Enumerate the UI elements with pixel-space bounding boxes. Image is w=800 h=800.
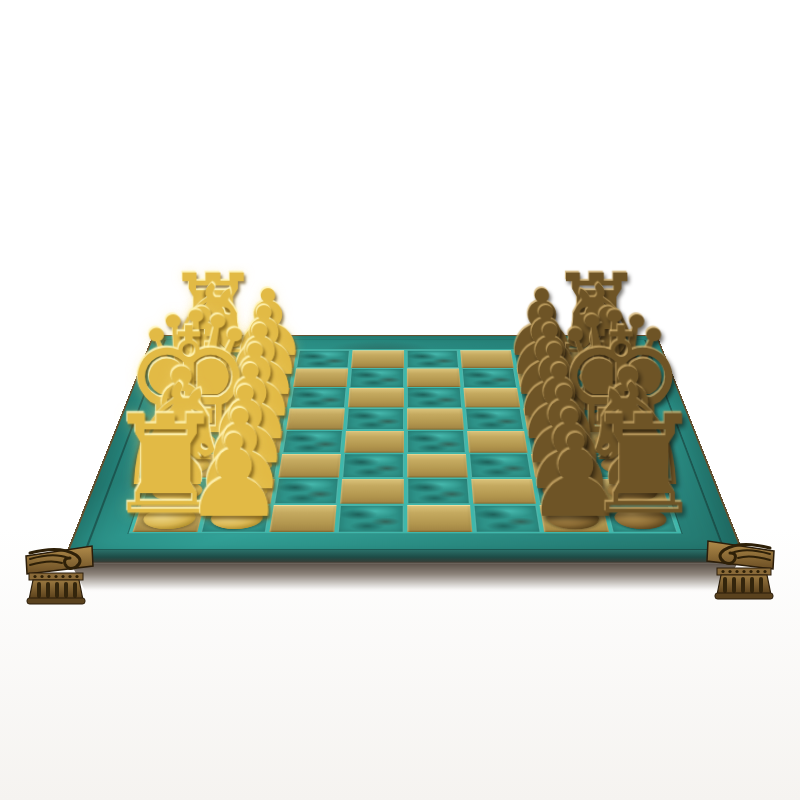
- square-a5[interactable]: [406, 350, 458, 367]
- board-leg-left ionic-capital-icon: [24, 543, 94, 605]
- piece-white-pawn[interactable]: ♟: [183, 422, 285, 530]
- square-c4[interactable]: [348, 388, 403, 408]
- chess-grid: ♜♟♟♜♞♟♟♞♝♟♟♝♛♟♟♛♚♟♟♚♝♟♟♝♞♟♟♞♜♟♟♜: [129, 349, 682, 533]
- studio-backdrop: ♜♟♟♜♞♟♟♞♝♟♟♝♛♟♟♛♚♟♟♚♝♟♟♝♞♟♟♞♜♟♟♜: [0, 0, 800, 800]
- square-b5[interactable]: [406, 369, 460, 387]
- square-a4[interactable]: [351, 350, 403, 367]
- square-g4[interactable]: [340, 479, 403, 504]
- square-b4[interactable]: [350, 369, 404, 387]
- board-underside-shadow: [70, 562, 738, 594]
- chess-board: ♜♟♟♜♞♟♟♞♝♟♟♝♛♟♟♛♚♟♟♚♝♟♟♝♞♟♟♞♜♟♟♜: [64, 335, 746, 557]
- square-f4[interactable]: [343, 454, 404, 478]
- board-leg-right ionic-capital-icon: [706, 538, 776, 600]
- square-c5[interactable]: [406, 388, 461, 408]
- square-h5[interactable]: [407, 505, 472, 532]
- square-h8[interactable]: ♜: [606, 505, 678, 532]
- board-front-edge: [64, 550, 744, 563]
- square-h2[interactable]: ♟: [201, 505, 271, 532]
- square-f5[interactable]: [407, 454, 468, 478]
- square-h4[interactable]: [338, 505, 403, 532]
- piece-black-rook[interactable]: ♜: [583, 401, 705, 531]
- square-g5[interactable]: [407, 479, 470, 504]
- board-frame: ♜♟♟♜♞♟♟♞♝♟♟♝♛♟♟♛♚♟♟♚♝♟♟♝♞♟♟♞♜♟♟♜: [64, 335, 746, 557]
